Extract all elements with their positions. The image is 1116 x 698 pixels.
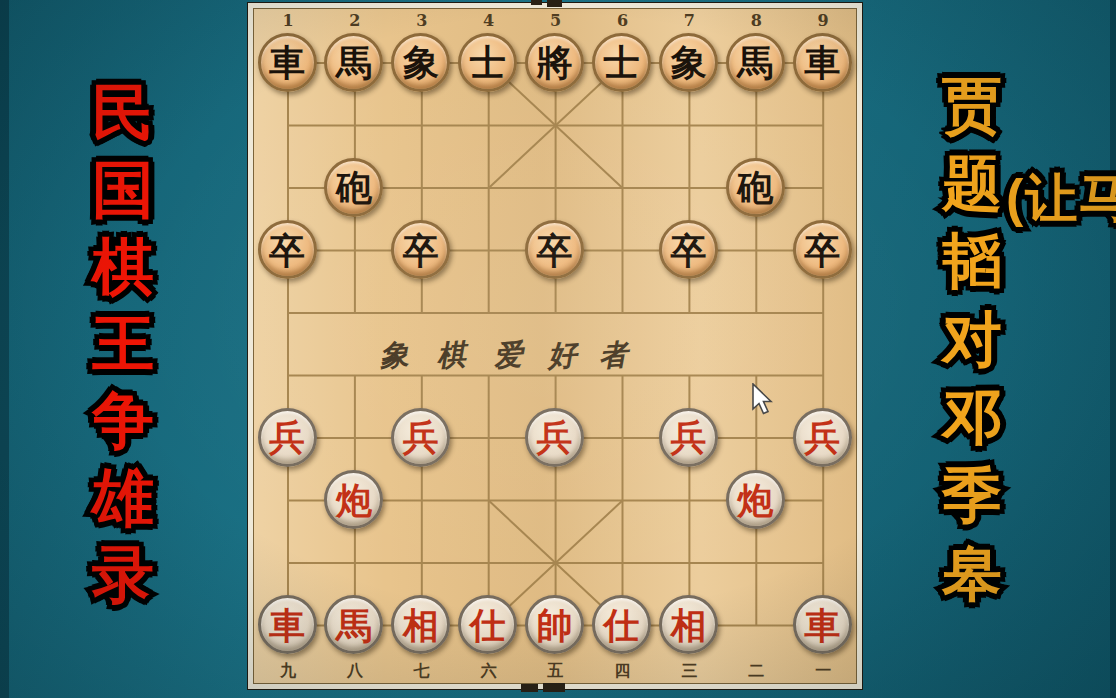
- right-title-char: 贾: [942, 76, 1002, 136]
- left-title-char: 争: [92, 390, 154, 452]
- file-label-top: 4: [483, 11, 494, 30]
- piece-馬-black[interactable]: 馬: [726, 33, 785, 92]
- piece-炮-red[interactable]: 炮: [726, 470, 785, 529]
- left-edge-shade: [0, 0, 9, 698]
- file-label-bottom: 一: [815, 661, 831, 682]
- file-label-bottom: 二: [748, 661, 764, 682]
- file-label-bottom: 三: [681, 661, 697, 682]
- file-label-top: 3: [416, 11, 427, 30]
- piece-仕-red[interactable]: 仕: [592, 595, 651, 654]
- piece-兵-red[interactable]: 兵: [258, 408, 317, 467]
- video-frame: 民国棋王争雄录 贾题韬对邓季皋 (让马 123456789 九八七六五四三二一 …: [0, 0, 1116, 698]
- left-title-char: 国: [92, 159, 154, 221]
- left-title-char: 录: [92, 544, 154, 606]
- right-title: 贾题韬对邓季皋: [942, 76, 1002, 604]
- piece-士-black[interactable]: 士: [458, 33, 517, 92]
- right-title-char: 对: [942, 310, 1002, 370]
- piece-士-black[interactable]: 士: [592, 33, 651, 92]
- file-label-bottom: 九: [280, 661, 296, 682]
- piece-象-black[interactable]: 象: [391, 33, 450, 92]
- piece-砲-black[interactable]: 砲: [324, 158, 383, 217]
- piece-將-black[interactable]: 將: [525, 33, 584, 92]
- cut-off-caption-fragment-bottom: [543, 683, 565, 692]
- right-title-char: 题: [942, 154, 1002, 214]
- piece-砲-black[interactable]: 砲: [726, 158, 785, 217]
- piece-仕-red[interactable]: 仕: [458, 595, 517, 654]
- piece-相-red[interactable]: 相: [391, 595, 450, 654]
- file-label-top: 1: [282, 11, 293, 30]
- piece-兵-red[interactable]: 兵: [391, 408, 450, 467]
- piece-兵-red[interactable]: 兵: [525, 408, 584, 467]
- piece-炮-red[interactable]: 炮: [324, 470, 383, 529]
- piece-車-black[interactable]: 車: [793, 33, 852, 92]
- right-edge-shade: [1110, 0, 1116, 698]
- piece-卒-black[interactable]: 卒: [659, 220, 718, 279]
- piece-卒-black[interactable]: 卒: [525, 220, 584, 279]
- file-label-bottom: 四: [615, 661, 631, 682]
- piece-帥-red[interactable]: 帥: [525, 595, 584, 654]
- piece-車-black[interactable]: 車: [258, 33, 317, 92]
- file-label-top: 8: [751, 11, 762, 30]
- piece-兵-red[interactable]: 兵: [793, 408, 852, 467]
- piece-卒-black[interactable]: 卒: [391, 220, 450, 279]
- piece-layer: 車馬象士將士象馬車砲砲卒卒卒卒卒兵兵兵兵兵炮炮車馬相仕帥仕相車: [254, 31, 856, 656]
- left-title-char: 棋: [92, 236, 154, 298]
- file-label-bottom: 七: [414, 661, 430, 682]
- piece-象-black[interactable]: 象: [659, 33, 718, 92]
- left-title: 民国棋王争雄录: [92, 82, 154, 606]
- cut-off-caption-fragment-top: [531, 0, 542, 5]
- right-title-char: 韬: [942, 232, 1002, 292]
- file-label-top: 5: [550, 11, 561, 30]
- file-label-top: 2: [349, 11, 360, 30]
- file-label-bottom: 五: [548, 661, 564, 682]
- piece-車-red[interactable]: 車: [793, 595, 852, 654]
- piece-兵-red[interactable]: 兵: [659, 408, 718, 467]
- file-label-bottom: 六: [481, 661, 497, 682]
- right-title-char: 季: [942, 466, 1002, 526]
- file-label-top: 7: [684, 11, 695, 30]
- piece-卒-black[interactable]: 卒: [258, 220, 317, 279]
- piece-馬-red[interactable]: 馬: [324, 595, 383, 654]
- file-label-bottom: 八: [347, 661, 363, 682]
- piece-卒-black[interactable]: 卒: [793, 220, 852, 279]
- piece-車-red[interactable]: 車: [258, 595, 317, 654]
- piece-相-red[interactable]: 相: [659, 595, 718, 654]
- left-title-char: 雄: [92, 467, 154, 529]
- cut-off-caption-fragment-bottom: [521, 684, 538, 692]
- right-title-char: 皋: [942, 544, 1002, 604]
- file-label-top: 9: [818, 11, 829, 30]
- file-label-top: 6: [617, 11, 628, 30]
- left-title-char: 王: [92, 313, 154, 375]
- left-title-char: 民: [92, 82, 154, 144]
- cut-off-caption-fragment-top: [547, 0, 562, 7]
- piece-馬-black[interactable]: 馬: [324, 33, 383, 92]
- handicap-annotation: (让马: [1006, 164, 1116, 234]
- right-title-char: 邓: [942, 388, 1002, 448]
